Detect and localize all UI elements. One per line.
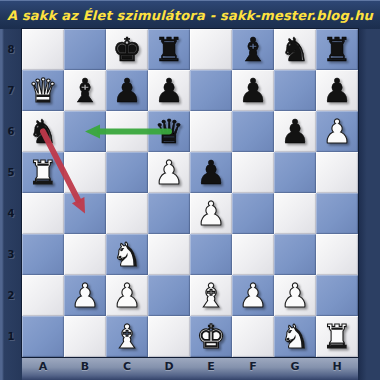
square-c1[interactable]: ♝ [106,316,148,357]
file-label-c: C [106,357,148,380]
square-f8[interactable]: ♝ [232,29,274,70]
square-d1[interactable] [148,316,190,357]
square-g7[interactable] [274,70,316,111]
piece-black-pawn: ♟ [112,74,142,107]
piece-black-bishop: ♝ [238,33,268,66]
piece-black-pawn: ♟ [196,156,226,189]
square-c4[interactable] [106,193,148,234]
square-h2[interactable] [316,275,358,316]
piece-black-knight: ♞ [280,33,310,66]
square-g3[interactable] [274,234,316,275]
square-b1[interactable] [64,316,106,357]
piece-white-pawn: ♟ [70,279,100,312]
rank-labels-column: 87654321 [0,29,22,380]
piece-black-king: ♚ [112,33,142,66]
square-c3[interactable]: ♞ [106,234,148,275]
piece-white-pawn: ♟ [112,279,142,312]
square-a4[interactable] [22,193,64,234]
square-b2[interactable]: ♟ [64,275,106,316]
piece-black-pawn: ♟ [154,74,184,107]
square-e2[interactable]: ♝ [190,275,232,316]
rank-label-2: 2 [0,275,22,316]
square-d7[interactable]: ♟ [148,70,190,111]
square-e1[interactable]: ♚ [190,316,232,357]
rank-label-6: 6 [0,111,22,152]
square-b4[interactable] [64,193,106,234]
square-g4[interactable] [274,193,316,234]
square-h6[interactable]: ♟ [316,111,358,152]
piece-black-pawn: ♟ [280,115,310,148]
file-label-h: H [316,357,358,380]
piece-black-pawn: ♟ [238,74,268,107]
page-title: A sakk az Élet szimulátora - sakk-mester… [7,8,373,23]
piece-white-rook: ♜ [322,320,352,353]
file-label-a: A [22,357,64,380]
square-c6[interactable] [106,111,148,152]
square-c2[interactable]: ♟ [106,275,148,316]
square-b3[interactable] [64,234,106,275]
piece-white-bishop: ♝ [196,279,226,312]
square-a6[interactable]: ♞ [22,111,64,152]
right-frame-filler [358,29,380,380]
piece-black-pawn: ♟ [322,74,352,107]
rank-label-7: 7 [0,70,22,111]
square-a1[interactable] [22,316,64,357]
square-c8[interactable]: ♚ [106,29,148,70]
square-f3[interactable] [232,234,274,275]
title-bar: A sakk az Élet szimulátora - sakk-mester… [0,0,380,29]
square-b6[interactable] [64,111,106,152]
piece-white-queen: ♛ [28,74,58,107]
square-a2[interactable] [22,275,64,316]
file-label-b: B [64,357,106,380]
piece-black-knight: ♞ [28,115,58,148]
square-h7[interactable]: ♟ [316,70,358,111]
piece-white-knight: ♞ [112,238,142,271]
square-f4[interactable] [232,193,274,234]
square-a8[interactable] [22,29,64,70]
square-g5[interactable] [274,152,316,193]
square-e6[interactable] [190,111,232,152]
square-e5[interactable]: ♟ [190,152,232,193]
square-h8[interactable]: ♜ [316,29,358,70]
square-e7[interactable] [190,70,232,111]
square-c7[interactable]: ♟ [106,70,148,111]
piece-white-rook: ♜ [28,156,58,189]
rank-label-5: 5 [0,152,22,193]
piece-black-queen: ♛ [154,115,184,148]
chess-board: ♚♜♝♞♜♛♝♟♟♟♟♞♛♟♟♜♟♟♟♞♟♟♝♟♟♝♚♞♜ [22,29,358,357]
square-e3[interactable] [190,234,232,275]
piece-white-knight: ♞ [280,320,310,353]
square-a5[interactable]: ♜ [22,152,64,193]
piece-white-pawn: ♟ [322,115,352,148]
square-e8[interactable] [190,29,232,70]
file-labels-row: ABCDEFGH [22,357,358,380]
square-d2[interactable] [148,275,190,316]
file-label-d: D [148,357,190,380]
square-a3[interactable] [22,234,64,275]
piece-white-pawn: ♟ [280,279,310,312]
square-d4[interactable] [148,193,190,234]
square-f5[interactable] [232,152,274,193]
square-h5[interactable] [316,152,358,193]
piece-white-pawn: ♟ [154,156,184,189]
square-g8[interactable]: ♞ [274,29,316,70]
square-g1[interactable]: ♞ [274,316,316,357]
square-g6[interactable]: ♟ [274,111,316,152]
square-d6[interactable]: ♛ [148,111,190,152]
rank-label-3: 3 [0,234,22,275]
square-b8[interactable] [64,29,106,70]
square-f6[interactable] [232,111,274,152]
square-h3[interactable] [316,234,358,275]
square-d3[interactable] [148,234,190,275]
square-f1[interactable] [232,316,274,357]
file-label-e: E [190,357,232,380]
piece-black-rook: ♜ [154,33,184,66]
piece-white-bishop: ♝ [112,320,142,353]
rank-label-1: 1 [0,316,22,357]
square-b5[interactable] [64,152,106,193]
chess-app-window: A sakk az Élet szimulátora - sakk-mester… [0,0,380,380]
file-label-g: G [274,357,316,380]
square-h4[interactable] [316,193,358,234]
file-label-f: F [232,357,274,380]
square-d8[interactable]: ♜ [148,29,190,70]
rank-label-8: 8 [0,29,22,70]
square-b7[interactable]: ♝ [64,70,106,111]
piece-white-pawn: ♟ [196,197,226,230]
square-f7[interactable]: ♟ [232,70,274,111]
square-a7[interactable]: ♛ [22,70,64,111]
square-c5[interactable] [106,152,148,193]
square-g2[interactable]: ♟ [274,275,316,316]
piece-white-pawn: ♟ [238,279,268,312]
square-h1[interactable]: ♜ [316,316,358,357]
piece-black-bishop: ♝ [70,74,100,107]
piece-white-king: ♚ [196,320,226,353]
rank-label-4: 4 [0,193,22,234]
square-e4[interactable]: ♟ [190,193,232,234]
board-area: 87654321 ♚♜♝♞♜♛♝♟♟♟♟♞♛♟♟♜♟♟♟♞♟♟♝♟♟♝♚♞♜ A… [0,29,380,380]
square-f2[interactable]: ♟ [232,275,274,316]
piece-black-rook: ♜ [322,33,352,66]
square-d5[interactable]: ♟ [148,152,190,193]
